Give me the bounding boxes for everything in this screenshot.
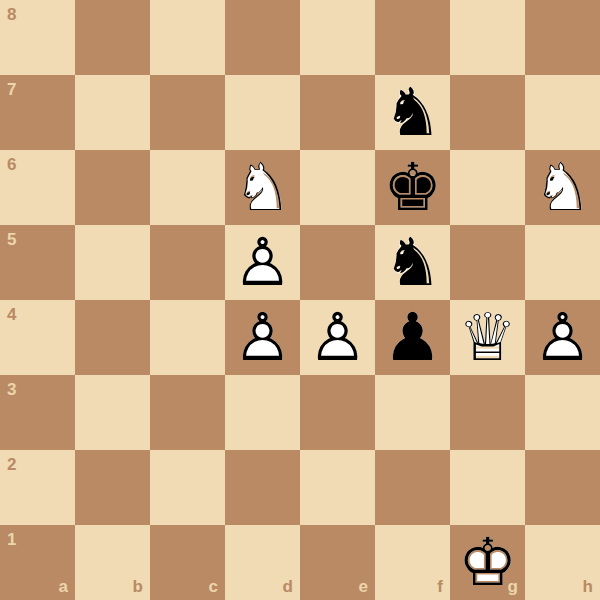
square-g8[interactable] (450, 0, 525, 75)
square-h3[interactable] (525, 375, 600, 450)
white-pawn-glyph: ♙ (225, 300, 300, 375)
square-c6[interactable] (150, 150, 225, 225)
file-label-h: h (583, 578, 593, 595)
rank-label-5: 5 (7, 231, 16, 248)
square-c3[interactable] (150, 375, 225, 450)
file-label-b: b (133, 578, 143, 595)
square-f6[interactable]: ♔♚ (375, 150, 450, 225)
square-e8[interactable] (300, 0, 375, 75)
square-b3[interactable] (75, 375, 150, 450)
square-c2[interactable] (150, 450, 225, 525)
white-pawn-glyph: ♙ (525, 300, 600, 375)
square-h2[interactable] (525, 450, 600, 525)
square-d1[interactable]: d (225, 525, 300, 600)
square-b1[interactable]: b (75, 525, 150, 600)
square-f2[interactable] (375, 450, 450, 525)
square-a7[interactable]: 7 (0, 75, 75, 150)
square-d7[interactable] (225, 75, 300, 150)
square-g4[interactable]: ♛♕ (450, 300, 525, 375)
square-h6[interactable]: ♞♘ (525, 150, 600, 225)
file-label-f: f (437, 578, 443, 595)
rank-label-4: 4 (7, 306, 16, 323)
square-g1[interactable]: g♚♔ (450, 525, 525, 600)
square-c8[interactable] (150, 0, 225, 75)
white-knight[interactable]: ♞♘ (525, 150, 600, 225)
square-h4[interactable]: ♟♙ (525, 300, 600, 375)
black-knight[interactable]: ♘♞ (375, 75, 450, 150)
white-queen-glyph: ♕ (450, 300, 525, 375)
square-b8[interactable] (75, 0, 150, 75)
black-pawn-glyph: ♟ (375, 300, 450, 375)
black-pawn[interactable]: ♙♟ (375, 300, 450, 375)
white-king-glyph: ♔ (450, 525, 525, 600)
square-g5[interactable] (450, 225, 525, 300)
square-b6[interactable] (75, 150, 150, 225)
square-e1[interactable]: e (300, 525, 375, 600)
file-label-c: c (209, 578, 218, 595)
square-g6[interactable] (450, 150, 525, 225)
black-king[interactable]: ♔♚ (375, 150, 450, 225)
white-pawn[interactable]: ♟♙ (300, 300, 375, 375)
square-e6[interactable] (300, 150, 375, 225)
square-e5[interactable] (300, 225, 375, 300)
white-pawn-glyph: ♙ (225, 225, 300, 300)
black-king-glyph: ♚ (375, 150, 450, 225)
square-a6[interactable]: 6 (0, 150, 75, 225)
square-e2[interactable] (300, 450, 375, 525)
white-knight-glyph: ♘ (525, 150, 600, 225)
white-knight[interactable]: ♞♘ (225, 150, 300, 225)
black-knight-glyph: ♞ (375, 75, 450, 150)
file-label-a: a (59, 578, 68, 595)
rank-label-3: 3 (7, 381, 16, 398)
square-d6[interactable]: ♞♘ (225, 150, 300, 225)
square-d5[interactable]: ♟♙ (225, 225, 300, 300)
white-knight-glyph: ♘ (225, 150, 300, 225)
square-e3[interactable] (300, 375, 375, 450)
white-pawn[interactable]: ♟♙ (225, 225, 300, 300)
black-knight[interactable]: ♘♞ (375, 225, 450, 300)
chess-board: 87♘♞6♞♘♔♚♞♘5♟♙♘♞4♟♙♟♙♙♟♛♕♟♙321abcdefg♚♔h (0, 0, 600, 600)
square-f3[interactable] (375, 375, 450, 450)
rank-label-1: 1 (7, 531, 16, 548)
white-pawn[interactable]: ♟♙ (225, 300, 300, 375)
square-a8[interactable]: 8 (0, 0, 75, 75)
square-e4[interactable]: ♟♙ (300, 300, 375, 375)
rank-label-7: 7 (7, 81, 16, 98)
square-a5[interactable]: 5 (0, 225, 75, 300)
square-d2[interactable] (225, 450, 300, 525)
square-g7[interactable] (450, 75, 525, 150)
white-queen[interactable]: ♛♕ (450, 300, 525, 375)
square-c4[interactable] (150, 300, 225, 375)
square-g2[interactable] (450, 450, 525, 525)
white-pawn-glyph: ♙ (300, 300, 375, 375)
square-d4[interactable]: ♟♙ (225, 300, 300, 375)
square-d8[interactable] (225, 0, 300, 75)
square-h8[interactable] (525, 0, 600, 75)
square-c1[interactable]: c (150, 525, 225, 600)
square-b7[interactable] (75, 75, 150, 150)
square-f1[interactable]: f (375, 525, 450, 600)
square-f4[interactable]: ♙♟ (375, 300, 450, 375)
square-d3[interactable] (225, 375, 300, 450)
square-f5[interactable]: ♘♞ (375, 225, 450, 300)
square-g3[interactable] (450, 375, 525, 450)
square-e7[interactable] (300, 75, 375, 150)
square-b2[interactable] (75, 450, 150, 525)
square-a1[interactable]: 1a (0, 525, 75, 600)
square-b4[interactable] (75, 300, 150, 375)
square-h5[interactable] (525, 225, 600, 300)
square-a2[interactable]: 2 (0, 450, 75, 525)
rank-label-8: 8 (7, 6, 16, 23)
white-king[interactable]: ♚♔ (450, 525, 525, 600)
square-b5[interactable] (75, 225, 150, 300)
square-h7[interactable] (525, 75, 600, 150)
square-f8[interactable] (375, 0, 450, 75)
square-a3[interactable]: 3 (0, 375, 75, 450)
black-knight-glyph: ♞ (375, 225, 450, 300)
file-label-d: d (283, 578, 293, 595)
rank-label-2: 2 (7, 456, 16, 473)
square-h1[interactable]: h (525, 525, 600, 600)
file-label-e: e (359, 578, 368, 595)
rank-label-6: 6 (7, 156, 16, 173)
square-f7[interactable]: ♘♞ (375, 75, 450, 150)
square-a4[interactable]: 4 (0, 300, 75, 375)
square-c7[interactable] (150, 75, 225, 150)
square-c5[interactable] (150, 225, 225, 300)
white-pawn[interactable]: ♟♙ (525, 300, 600, 375)
